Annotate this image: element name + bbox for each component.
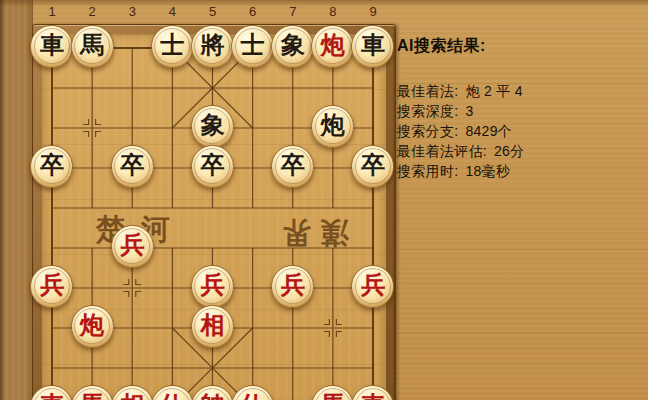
panel-row-label: 搜索深度: <box>397 103 458 119</box>
piece-red-cannon[interactable]: 炮 <box>71 305 114 348</box>
panel-row: 搜索用时:18毫秒 <box>397 161 645 181</box>
left-wood-plank <box>0 0 33 400</box>
piece-red-horse[interactable]: 馬 <box>311 385 354 400</box>
piece-character: 馬 <box>321 393 345 400</box>
panel-row-value: 18毫秒 <box>465 163 510 179</box>
piece-character: 卒 <box>200 153 224 177</box>
panel-rows: 最佳着法:炮 2 平 4搜索深度:3搜索分支:8429个最佳着法评估:26分搜索… <box>397 81 645 181</box>
ai-results-panel: AI搜索结果: 最佳着法:炮 2 平 4搜索深度:3搜索分支:8429个最佳着法… <box>397 36 645 181</box>
piece-red-soldier[interactable]: 兵 <box>351 265 394 308</box>
piece-red-elephant[interactable]: 相 <box>191 305 234 348</box>
piece-red-cannon[interactable]: 炮 <box>311 25 354 68</box>
piece-red-advisor[interactable]: 仕 <box>151 385 194 400</box>
column-label-6: 6 <box>242 4 264 19</box>
panel-row-label: 最佳着法评估: <box>397 143 487 159</box>
piece-character: 卒 <box>120 153 144 177</box>
panel-row: 搜索深度:3 <box>397 101 645 121</box>
piece-black-advisor[interactable]: 士 <box>231 25 274 68</box>
piece-character: 卒 <box>281 153 305 177</box>
piece-black-elephant[interactable]: 象 <box>191 105 234 148</box>
panel-row: 搜索分支:8429个 <box>397 121 645 141</box>
piece-red-soldier[interactable]: 兵 <box>271 265 314 308</box>
column-label-5: 5 <box>202 4 224 19</box>
piece-character: 卒 <box>40 153 64 177</box>
panel-title: AI搜索结果: <box>397 36 645 57</box>
piece-character: 炮 <box>321 113 345 137</box>
piece-character: 兵 <box>40 273 64 297</box>
piece-character: 車 <box>361 33 385 57</box>
piece-black-soldier[interactable]: 卒 <box>30 145 73 188</box>
piece-character: 將 <box>200 33 224 57</box>
column-label-2: 2 <box>81 4 103 19</box>
piece-character: 仕 <box>160 393 184 400</box>
piece-character: 卒 <box>361 153 385 177</box>
piece-character: 車 <box>361 393 385 400</box>
piece-character: 象 <box>281 33 305 57</box>
piece-character: 象 <box>200 113 224 137</box>
xiangqi-app: 123456789 楚河 漢界 車馬士將士象炮車象炮卒卒卒卒卒兵兵兵兵兵炮相車馬… <box>0 0 648 400</box>
panel-row-label: 最佳着法: <box>397 83 458 99</box>
piece-black-soldier[interactable]: 卒 <box>351 145 394 188</box>
piece-black-cannon[interactable]: 炮 <box>311 105 354 148</box>
piece-black-elephant[interactable]: 象 <box>271 25 314 68</box>
piece-character: 炮 <box>80 313 104 337</box>
pieces-grid: 車馬士將士象炮車象炮卒卒卒卒卒兵兵兵兵兵炮相車馬相仕帥仕馬車 <box>32 28 393 400</box>
piece-black-general[interactable]: 將 <box>191 25 234 68</box>
piece-red-soldier[interactable]: 兵 <box>191 265 234 308</box>
panel-row-value: 26分 <box>494 143 524 159</box>
piece-character: 車 <box>40 393 64 400</box>
piece-character: 相 <box>200 313 224 337</box>
panel-row: 最佳着法评估:26分 <box>397 141 645 161</box>
column-label-3: 3 <box>121 4 143 19</box>
piece-character: 兵 <box>281 273 305 297</box>
panel-row-value: 3 <box>465 103 473 119</box>
piece-character: 士 <box>160 33 184 57</box>
piece-character: 士 <box>241 33 265 57</box>
piece-character: 相 <box>120 393 144 400</box>
piece-character: 兵 <box>200 273 224 297</box>
panel-row: 最佳着法:炮 2 平 4 <box>397 81 645 101</box>
piece-character: 車 <box>40 33 64 57</box>
piece-character: 帥 <box>200 393 224 400</box>
panel-row-value: 8429个 <box>465 123 512 139</box>
panel-row-label: 搜索分支: <box>397 123 458 139</box>
piece-red-advisor[interactable]: 仕 <box>231 385 274 400</box>
piece-black-chariot[interactable]: 車 <box>30 25 73 68</box>
piece-character: 兵 <box>120 233 144 257</box>
column-label-1: 1 <box>41 4 63 19</box>
piece-red-soldier[interactable]: 兵 <box>30 265 73 308</box>
piece-red-general[interactable]: 帥 <box>191 385 234 400</box>
column-label-8: 8 <box>322 4 344 19</box>
piece-red-chariot[interactable]: 車 <box>351 385 394 400</box>
piece-black-advisor[interactable]: 士 <box>151 25 194 68</box>
piece-black-chariot[interactable]: 車 <box>351 25 394 68</box>
piece-character: 炮 <box>321 33 345 57</box>
piece-character: 馬 <box>80 393 104 400</box>
column-label-7: 7 <box>282 4 304 19</box>
piece-black-soldier[interactable]: 卒 <box>191 145 234 188</box>
piece-red-soldier[interactable]: 兵 <box>111 225 154 268</box>
piece-black-soldier[interactable]: 卒 <box>111 145 154 188</box>
piece-character: 馬 <box>80 33 104 57</box>
piece-red-elephant[interactable]: 相 <box>111 385 154 400</box>
piece-character: 仕 <box>241 393 265 400</box>
piece-character: 兵 <box>361 273 385 297</box>
column-label-4: 4 <box>161 4 183 19</box>
piece-black-horse[interactable]: 馬 <box>71 25 114 68</box>
column-label-9: 9 <box>362 4 384 19</box>
piece-black-soldier[interactable]: 卒 <box>271 145 314 188</box>
panel-row-label: 搜索用时: <box>397 163 458 179</box>
piece-red-chariot[interactable]: 車 <box>30 385 73 400</box>
panel-row-value: 炮 2 平 4 <box>465 83 522 99</box>
piece-red-horse[interactable]: 馬 <box>71 385 114 400</box>
